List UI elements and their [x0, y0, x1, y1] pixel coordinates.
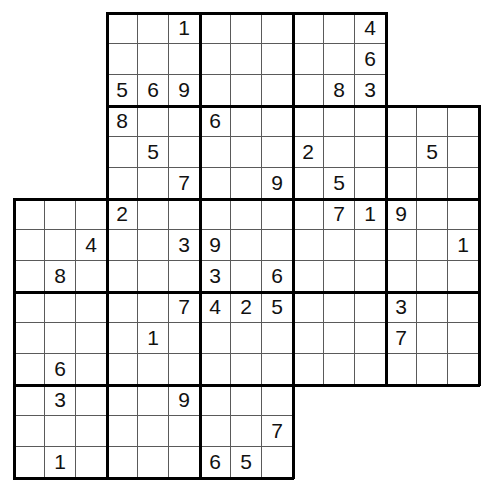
cell-r8c5[interactable] [138, 230, 169, 261]
cell-r11c12[interactable] [355, 323, 386, 354]
cell-r15c8[interactable]: 5 [231, 447, 262, 478]
cell-r1c6[interactable]: 1 [169, 13, 200, 44]
cell-r9c13[interactable] [386, 261, 417, 292]
cell-r4c7[interactable]: 6 [200, 106, 231, 137]
cell-r3c5[interactable]: 6 [138, 75, 169, 106]
cell-r3c8[interactable] [231, 75, 262, 106]
cell-r12c15[interactable] [448, 354, 479, 385]
cell-r12c4[interactable] [107, 354, 138, 385]
cell-r11c9[interactable] [262, 323, 293, 354]
cell-r12c12[interactable] [355, 354, 386, 385]
cell-r5c5[interactable]: 5 [138, 137, 169, 168]
box-border-right-v9 [478, 105, 481, 386]
cell-r9c11[interactable] [324, 261, 355, 292]
cell-r9c8[interactable] [231, 261, 262, 292]
cell-r11c13[interactable]: 7 [386, 323, 417, 354]
cell-r8c2[interactable] [45, 230, 76, 261]
cell-r13c1[interactable] [14, 385, 45, 416]
cell-r11c5[interactable]: 1 [138, 323, 169, 354]
box-border-bottom-left-v0 [13, 198, 16, 479]
cell-r10c8[interactable]: 2 [231, 292, 262, 323]
cell-r5c6[interactable] [169, 137, 200, 168]
cell-r4c13[interactable] [386, 106, 417, 137]
cell-r10c6[interactable]: 7 [169, 292, 200, 323]
cell-r7c15[interactable] [448, 199, 479, 230]
cell-r9c10[interactable] [293, 261, 324, 292]
cell-r12c2[interactable]: 6 [45, 354, 76, 385]
cell-r11c3[interactable] [76, 323, 107, 354]
cell-r3c9[interactable] [262, 75, 293, 106]
cell-r1c4[interactable] [107, 13, 138, 44]
cell-r2c8[interactable] [231, 44, 262, 75]
cell-r15c5[interactable] [138, 447, 169, 478]
cell-r2c10[interactable] [293, 44, 324, 75]
cell-r14c8[interactable] [231, 416, 262, 447]
cell-r8c11[interactable] [324, 230, 355, 261]
cell-r11c4[interactable] [107, 323, 138, 354]
cell-r6c4[interactable] [107, 168, 138, 199]
cell-r8c9[interactable] [262, 230, 293, 261]
box-border-right-v0 [199, 105, 202, 386]
cell-r10c11[interactable] [324, 292, 355, 323]
cell-r6c9[interactable]: 9 [262, 168, 293, 199]
cell-r10c9[interactable]: 5 [262, 292, 293, 323]
cell-r10c12[interactable] [355, 292, 386, 323]
cell-r12c10[interactable] [293, 354, 324, 385]
cell-r1c11[interactable] [324, 13, 355, 44]
cell-r8c4[interactable] [107, 230, 138, 261]
cell-r7c14[interactable] [417, 199, 448, 230]
cell-r13c6[interactable]: 9 [169, 385, 200, 416]
cell-r10c14[interactable] [417, 292, 448, 323]
cell-r13c9[interactable] [262, 385, 293, 416]
cell-r9c6[interactable] [169, 261, 200, 292]
cell-r7c7[interactable] [200, 199, 231, 230]
cell-r15c9[interactable] [262, 447, 293, 478]
box-border-bottom-left-v3 [106, 198, 109, 479]
cell-r6c12[interactable] [355, 168, 386, 199]
cell-r6c14[interactable] [417, 168, 448, 199]
cell-r1c7[interactable] [200, 13, 231, 44]
cell-r5c15[interactable] [448, 137, 479, 168]
cell-r11c2[interactable] [45, 323, 76, 354]
cell-r4c11[interactable] [324, 106, 355, 137]
cell-r6c8[interactable] [231, 168, 262, 199]
cell-r12c9[interactable] [262, 354, 293, 385]
cell-r1c8[interactable] [231, 13, 262, 44]
cell-r10c7[interactable]: 4 [200, 292, 231, 323]
cell-r2c6[interactable] [169, 44, 200, 75]
cell-r1c10[interactable] [293, 13, 324, 44]
cell-r7c9[interactable] [262, 199, 293, 230]
cell-r9c4[interactable] [107, 261, 138, 292]
cell-r12c8[interactable] [231, 354, 262, 385]
cell-r4c8[interactable] [231, 106, 262, 137]
box-border-right-h9 [199, 384, 480, 387]
cell-r13c5[interactable] [138, 385, 169, 416]
cell-r3c10[interactable] [293, 75, 324, 106]
cell-r11c15[interactable] [448, 323, 479, 354]
cell-r5c7[interactable] [200, 137, 231, 168]
cell-r2c4[interactable] [107, 44, 138, 75]
cell-r2c7[interactable] [200, 44, 231, 75]
cell-r7c4[interactable]: 2 [107, 199, 138, 230]
cell-r14c6[interactable] [169, 416, 200, 447]
cell-r6c7[interactable] [200, 168, 231, 199]
cell-r7c2[interactable] [45, 199, 76, 230]
cell-r12c1[interactable] [14, 354, 45, 385]
cell-r5c11[interactable] [324, 137, 355, 168]
cell-r12c13[interactable] [386, 354, 417, 385]
cell-r9c9[interactable]: 6 [262, 261, 293, 292]
cell-r5c10[interactable]: 2 [293, 137, 324, 168]
cell-r7c6[interactable] [169, 199, 200, 230]
box-border-bottom-left-h9 [13, 477, 294, 480]
cell-r10c13[interactable]: 3 [386, 292, 417, 323]
box-border-right-h0 [199, 105, 480, 108]
cell-r3c11[interactable]: 8 [324, 75, 355, 106]
cell-r5c9[interactable] [262, 137, 293, 168]
cell-r14c4[interactable] [107, 416, 138, 447]
cell-r2c11[interactable] [324, 44, 355, 75]
cell-r12c6[interactable] [169, 354, 200, 385]
cell-r8c10[interactable] [293, 230, 324, 261]
cell-r15c6[interactable] [169, 447, 200, 478]
box-border-right-h6 [199, 291, 480, 294]
cell-r11c14[interactable] [417, 323, 448, 354]
cell-r4c14[interactable] [417, 106, 448, 137]
cell-r3c6[interactable]: 9 [169, 75, 200, 106]
sudoku-board: 1465698386525795271943918367425317639716… [14, 13, 479, 478]
cell-r10c2[interactable] [45, 292, 76, 323]
cell-r9c5[interactable] [138, 261, 169, 292]
cell-r8c3[interactable]: 4 [76, 230, 107, 261]
cell-r11c6[interactable] [169, 323, 200, 354]
cell-r7c5[interactable] [138, 199, 169, 230]
cell-r7c1[interactable] [14, 199, 45, 230]
cell-r8c7[interactable]: 9 [200, 230, 231, 261]
cell-r7c13[interactable]: 9 [386, 199, 417, 230]
cell-r8c8[interactable] [231, 230, 262, 261]
cell-r13c7[interactable] [200, 385, 231, 416]
cell-r6c10[interactable] [293, 168, 324, 199]
cell-r9c7[interactable]: 3 [200, 261, 231, 292]
cell-r15c7[interactable]: 6 [200, 447, 231, 478]
cell-r4c12[interactable] [355, 106, 386, 137]
cell-r1c5[interactable] [138, 13, 169, 44]
cell-r12c11[interactable] [324, 354, 355, 385]
cell-r9c14[interactable] [417, 261, 448, 292]
cell-r10c15[interactable] [448, 292, 479, 323]
cell-r11c8[interactable] [231, 323, 262, 354]
cell-r6c5[interactable] [138, 168, 169, 199]
cell-r7c10[interactable] [293, 199, 324, 230]
cell-r9c15[interactable] [448, 261, 479, 292]
box-border-right-v6 [385, 105, 388, 386]
cell-r11c10[interactable] [293, 323, 324, 354]
cell-r10c10[interactable] [293, 292, 324, 323]
cell-r15c4[interactable] [107, 447, 138, 478]
cell-r14c7[interactable] [200, 416, 231, 447]
cell-r15c1[interactable] [14, 447, 45, 478]
cell-r8c15[interactable]: 1 [448, 230, 479, 261]
cell-r9c1[interactable] [14, 261, 45, 292]
cell-r13c2[interactable]: 3 [45, 385, 76, 416]
cell-r5c12[interactable] [355, 137, 386, 168]
cell-r12c3[interactable] [76, 354, 107, 385]
cell-r5c8[interactable] [231, 137, 262, 168]
cell-r4c15[interactable] [448, 106, 479, 137]
cell-r6c13[interactable] [386, 168, 417, 199]
cell-r8c1[interactable] [14, 230, 45, 261]
cell-r15c2[interactable]: 1 [45, 447, 76, 478]
cell-r11c11[interactable] [324, 323, 355, 354]
box-border-right-h3 [199, 198, 480, 201]
cell-r10c4[interactable] [107, 292, 138, 323]
cell-r7c3[interactable] [76, 199, 107, 230]
cell-r7c12[interactable]: 1 [355, 199, 386, 230]
cell-r14c1[interactable] [14, 416, 45, 447]
cell-r3c12[interactable]: 3 [355, 75, 386, 106]
cell-r9c2[interactable]: 8 [45, 261, 76, 292]
cell-r5c14[interactable]: 5 [417, 137, 448, 168]
cell-r8c12[interactable] [355, 230, 386, 261]
cell-r4c10[interactable] [293, 106, 324, 137]
cell-r5c13[interactable] [386, 137, 417, 168]
cell-r8c14[interactable] [417, 230, 448, 261]
cell-r2c5[interactable] [138, 44, 169, 75]
cell-r4c9[interactable] [262, 106, 293, 137]
cell-r13c3[interactable] [76, 385, 107, 416]
cell-r4c4[interactable]: 8 [107, 106, 138, 137]
cell-r6c15[interactable] [448, 168, 479, 199]
cell-r2c9[interactable] [262, 44, 293, 75]
cell-r6c11[interactable]: 5 [324, 168, 355, 199]
cell-r14c3[interactable] [76, 416, 107, 447]
cell-r1c12[interactable]: 4 [355, 13, 386, 44]
cell-r5c4[interactable] [107, 137, 138, 168]
cell-r14c5[interactable] [138, 416, 169, 447]
cell-r6c6[interactable]: 7 [169, 168, 200, 199]
cell-r3c4[interactable]: 5 [107, 75, 138, 106]
cell-r9c12[interactable] [355, 261, 386, 292]
cell-r12c7[interactable] [200, 354, 231, 385]
box-border-right-v3 [292, 105, 295, 386]
cell-r10c3[interactable] [76, 292, 107, 323]
cell-r14c2[interactable] [45, 416, 76, 447]
cell-r7c11[interactable]: 7 [324, 199, 355, 230]
cell-r10c5[interactable] [138, 292, 169, 323]
cell-r2c12[interactable]: 6 [355, 44, 386, 75]
cell-r12c14[interactable] [417, 354, 448, 385]
cell-r9c3[interactable] [76, 261, 107, 292]
cell-r4c5[interactable] [138, 106, 169, 137]
cell-r11c7[interactable] [200, 323, 231, 354]
cell-r3c7[interactable] [200, 75, 231, 106]
cell-r13c8[interactable] [231, 385, 262, 416]
cell-r10c1[interactable] [14, 292, 45, 323]
cell-r7c8[interactable] [231, 199, 262, 230]
cell-r4c6[interactable] [169, 106, 200, 137]
cell-r1c9[interactable] [262, 13, 293, 44]
cell-r11c1[interactable] [14, 323, 45, 354]
cell-r12c5[interactable] [138, 354, 169, 385]
cell-r8c13[interactable] [386, 230, 417, 261]
cell-r15c3[interactable] [76, 447, 107, 478]
cell-r14c9[interactable]: 7 [262, 416, 293, 447]
box-border-top-h0 [106, 12, 387, 15]
cell-r13c4[interactable] [107, 385, 138, 416]
cell-r8c6[interactable]: 3 [169, 230, 200, 261]
